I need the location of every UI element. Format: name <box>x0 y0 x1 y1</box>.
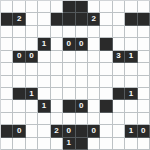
empty-cell-r3c10[interactable] <box>125 38 137 50</box>
wall-cell-r0c5 <box>63 1 75 13</box>
wall-cell-r10c6 <box>76 125 88 137</box>
empty-cell-r0c8[interactable] <box>100 1 112 13</box>
empty-cell-r0c9[interactable] <box>113 1 125 13</box>
empty-cell-r6c9[interactable] <box>113 76 125 88</box>
clue-cell-r7c2: 1 <box>26 88 38 100</box>
empty-cell-r4c8[interactable] <box>100 51 112 63</box>
empty-cell-r2c4[interactable] <box>51 26 63 38</box>
empty-cell-r9c7[interactable] <box>88 113 100 125</box>
empty-cell-r5c2[interactable] <box>26 63 38 75</box>
empty-cell-r9c0[interactable] <box>1 113 13 125</box>
empty-cell-r0c3[interactable] <box>38 1 50 13</box>
empty-cell-r11c0[interactable] <box>1 138 13 150</box>
empty-cell-r7c4[interactable] <box>51 88 63 100</box>
empty-cell-r4c5[interactable] <box>63 51 75 63</box>
wall-cell-r8c5 <box>63 100 75 112</box>
empty-cell-r2c8[interactable] <box>100 26 112 38</box>
empty-cell-r4c6[interactable] <box>76 51 88 63</box>
akari-board: 22100003111100200101 <box>0 0 150 150</box>
empty-cell-r8c1[interactable] <box>13 100 25 112</box>
empty-cell-r5c10[interactable] <box>125 63 137 75</box>
wall-cell-r3c8 <box>100 38 112 50</box>
empty-cell-r6c4[interactable] <box>51 76 63 88</box>
empty-cell-r9c9[interactable] <box>113 113 125 125</box>
empty-cell-r8c0[interactable] <box>1 100 13 112</box>
empty-cell-r8c11[interactable] <box>138 100 150 112</box>
empty-cell-r6c8[interactable] <box>100 76 112 88</box>
empty-cell-r7c0[interactable] <box>1 88 13 100</box>
empty-cell-r2c2[interactable] <box>26 26 38 38</box>
empty-cell-r3c0[interactable] <box>1 38 13 50</box>
clue-cell-r7c10: 1 <box>125 88 137 100</box>
empty-cell-r1c9[interactable] <box>113 13 125 25</box>
empty-cell-r8c4[interactable] <box>51 100 63 112</box>
wall-cell-r8c8 <box>100 100 112 112</box>
empty-cell-r6c5[interactable] <box>63 76 75 88</box>
clue-cell-r3c5: 0 <box>63 38 75 50</box>
clue-cell-r10c7: 0 <box>88 125 100 137</box>
empty-cell-r3c1[interactable] <box>13 38 25 50</box>
empty-cell-r8c10[interactable] <box>125 100 137 112</box>
empty-cell-r9c5[interactable] <box>63 113 75 125</box>
empty-cell-r2c3[interactable] <box>38 26 50 38</box>
empty-cell-r9c2[interactable] <box>26 113 38 125</box>
empty-cell-r9c3[interactable] <box>38 113 50 125</box>
clue-cell-r1c7: 2 <box>88 13 100 25</box>
empty-cell-r5c3[interactable] <box>38 63 50 75</box>
empty-cell-r11c11[interactable] <box>138 138 150 150</box>
empty-cell-r1c2[interactable] <box>26 13 38 25</box>
empty-cell-r7c5[interactable] <box>63 88 75 100</box>
empty-cell-r11c1[interactable] <box>13 138 25 150</box>
empty-cell-r4c0[interactable] <box>1 51 13 63</box>
empty-cell-r9c8[interactable] <box>100 113 112 125</box>
empty-cell-r6c6[interactable] <box>76 76 88 88</box>
wall-cell-r1c4 <box>51 13 63 25</box>
empty-cell-r0c1[interactable] <box>13 1 25 13</box>
empty-cell-r5c6[interactable] <box>76 63 88 75</box>
empty-cell-r3c2[interactable] <box>26 38 38 50</box>
wall-cell-r1c0 <box>1 13 13 25</box>
empty-cell-r5c7[interactable] <box>88 63 100 75</box>
empty-cell-r5c4[interactable] <box>51 63 63 75</box>
empty-cell-r11c9[interactable] <box>113 138 125 150</box>
clue-cell-r3c3: 1 <box>38 38 50 50</box>
empty-cell-r2c0[interactable] <box>1 26 13 38</box>
empty-cell-r7c8[interactable] <box>100 88 112 100</box>
empty-cell-r6c11[interactable] <box>138 76 150 88</box>
wall-cell-r10c0 <box>1 125 13 137</box>
empty-cell-r9c11[interactable] <box>138 113 150 125</box>
empty-cell-r10c3[interactable] <box>38 125 50 137</box>
wall-cell-r0c6 <box>76 1 88 13</box>
empty-cell-r8c7[interactable] <box>88 100 100 112</box>
empty-cell-r5c9[interactable] <box>113 63 125 75</box>
empty-cell-r0c7[interactable] <box>88 1 100 13</box>
wall-cell-r1c5 <box>63 13 75 25</box>
empty-cell-r6c1[interactable] <box>13 76 25 88</box>
wall-cell-r7c1 <box>13 88 25 100</box>
empty-cell-r11c8[interactable] <box>100 138 112 150</box>
empty-cell-r9c10[interactable] <box>125 113 137 125</box>
empty-cell-r11c4[interactable] <box>51 138 63 150</box>
empty-cell-r0c10[interactable] <box>125 1 137 13</box>
empty-cell-r9c6[interactable] <box>76 113 88 125</box>
empty-cell-r7c6[interactable] <box>76 88 88 100</box>
clue-cell-r4c9: 3 <box>113 51 125 63</box>
empty-cell-r1c3[interactable] <box>38 13 50 25</box>
empty-cell-r3c9[interactable] <box>113 38 125 50</box>
clue-cell-r1c1: 2 <box>13 13 25 25</box>
clue-cell-r10c11: 0 <box>138 125 150 137</box>
wall-cell-r11c6 <box>76 138 88 150</box>
empty-cell-r6c10[interactable] <box>125 76 137 88</box>
clue-cell-r8c3: 1 <box>38 100 50 112</box>
empty-cell-r0c2[interactable] <box>26 1 38 13</box>
empty-cell-r6c7[interactable] <box>88 76 100 88</box>
empty-cell-r4c3[interactable] <box>38 51 50 63</box>
empty-cell-r6c3[interactable] <box>38 76 50 88</box>
empty-cell-r5c8[interactable] <box>100 63 112 75</box>
empty-cell-r4c11[interactable] <box>138 51 150 63</box>
empty-cell-r3c4[interactable] <box>51 38 63 50</box>
empty-cell-r2c10[interactable] <box>125 26 137 38</box>
clue-cell-r10c1: 0 <box>13 125 25 137</box>
wall-cell-r1c11 <box>138 13 150 25</box>
empty-cell-r8c9[interactable] <box>113 100 125 112</box>
empty-cell-r7c11[interactable] <box>138 88 150 100</box>
empty-cell-r6c0[interactable] <box>1 76 13 88</box>
empty-cell-r11c2[interactable] <box>26 138 38 150</box>
empty-cell-r5c0[interactable] <box>1 63 13 75</box>
empty-cell-r5c11[interactable] <box>138 63 150 75</box>
empty-cell-r7c7[interactable] <box>88 88 100 100</box>
wall-cell-r1c10 <box>125 13 137 25</box>
empty-cell-r10c8[interactable] <box>100 125 112 137</box>
clue-cell-r10c4: 2 <box>51 125 63 137</box>
empty-cell-r9c4[interactable] <box>51 113 63 125</box>
empty-cell-r8c2[interactable] <box>26 100 38 112</box>
empty-cell-r3c11[interactable] <box>138 38 150 50</box>
empty-cell-r11c3[interactable] <box>38 138 50 150</box>
empty-cell-r0c0[interactable] <box>1 1 13 13</box>
empty-cell-r1c8[interactable] <box>100 13 112 25</box>
empty-cell-r2c1[interactable] <box>13 26 25 38</box>
empty-cell-r10c2[interactable] <box>26 125 38 137</box>
empty-cell-r2c5[interactable] <box>63 26 75 38</box>
empty-cell-r2c7[interactable] <box>88 26 100 38</box>
clue-cell-r4c1: 0 <box>13 51 25 63</box>
clue-cell-r11c5: 1 <box>63 138 75 150</box>
empty-cell-r6c2[interactable] <box>26 76 38 88</box>
empty-cell-r3c7[interactable] <box>88 38 100 50</box>
empty-cell-r11c7[interactable] <box>88 138 100 150</box>
clue-cell-r4c2: 0 <box>26 51 38 63</box>
empty-cell-r4c4[interactable] <box>51 51 63 63</box>
empty-cell-r2c11[interactable] <box>138 26 150 38</box>
empty-cell-r7c3[interactable] <box>38 88 50 100</box>
empty-cell-r5c1[interactable] <box>13 63 25 75</box>
empty-cell-r11c10[interactable] <box>125 138 137 150</box>
clue-cell-r4c10: 1 <box>125 51 137 63</box>
empty-cell-r0c4[interactable] <box>51 1 63 13</box>
clue-cell-r10c10: 1 <box>125 125 137 137</box>
empty-cell-r4c7[interactable] <box>88 51 100 63</box>
empty-cell-r5c5[interactable] <box>63 63 75 75</box>
empty-cell-r2c9[interactable] <box>113 26 125 38</box>
clue-cell-r8c6: 0 <box>76 100 88 112</box>
empty-cell-r0c11[interactable] <box>138 1 150 13</box>
empty-cell-r2c6[interactable] <box>76 26 88 38</box>
clue-cell-r10c5: 0 <box>63 125 75 137</box>
clue-cell-r3c6: 0 <box>76 38 88 50</box>
wall-cell-r1c6 <box>76 13 88 25</box>
empty-cell-r10c9[interactable] <box>113 125 125 137</box>
empty-cell-r9c1[interactable] <box>13 113 25 125</box>
wall-cell-r7c9 <box>113 88 125 100</box>
